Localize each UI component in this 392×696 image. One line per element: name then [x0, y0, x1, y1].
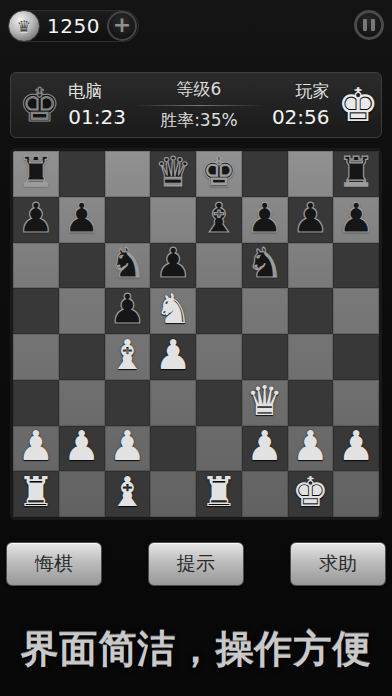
square-e5[interactable]: [196, 288, 242, 334]
square-f3[interactable]: ♛: [242, 380, 288, 426]
player-panel: ♚ 电脑 01:23 等级6 胜率:35% 玩家 02:56 ♚: [10, 72, 382, 138]
square-c2[interactable]: ♟: [105, 426, 151, 472]
piece-white-bishop: ♝: [109, 335, 146, 376]
piece-white-pawn: ♟: [155, 335, 192, 376]
undo-button[interactable]: 悔棋: [6, 542, 102, 586]
piece-black-pawn: ♟: [109, 289, 146, 330]
square-a1[interactable]: ♜: [13, 471, 59, 517]
piece-black-pawn: ♟: [246, 198, 283, 239]
square-d2[interactable]: [150, 426, 196, 472]
square-e2[interactable]: [196, 426, 242, 472]
square-a4[interactable]: [13, 334, 59, 380]
square-b3[interactable]: [59, 380, 105, 426]
black-player-info: 电脑 01:23: [60, 80, 134, 130]
square-c4[interactable]: ♝: [105, 334, 151, 380]
square-g7[interactable]: ♟: [288, 197, 334, 243]
square-e6[interactable]: [196, 243, 242, 289]
square-e3[interactable]: [196, 380, 242, 426]
square-d4[interactable]: ♟: [150, 334, 196, 380]
square-c5[interactable]: ♟: [105, 288, 151, 334]
piece-white-rook: ♜: [200, 472, 237, 513]
square-b4[interactable]: [59, 334, 105, 380]
square-e7[interactable]: ♝: [196, 197, 242, 243]
piece-white-pawn: ♟: [63, 426, 100, 467]
piece-white-pawn: ♟: [17, 426, 54, 467]
piece-white-queen: ♛: [246, 381, 283, 422]
square-b1[interactable]: [59, 471, 105, 517]
square-d5[interactable]: ♞: [150, 288, 196, 334]
black-king-icon: ♚: [19, 82, 60, 128]
app-screen: ♛ 1250 + ♚ 电脑 01:23 等级6 胜率:35% 玩家 02:56 …: [0, 0, 392, 696]
square-g8[interactable]: [288, 151, 334, 197]
square-g6[interactable]: [288, 243, 334, 289]
win-rate-label: 胜率:35%: [160, 108, 238, 134]
piece-white-king: ♚: [292, 472, 329, 513]
square-h2[interactable]: ♟: [333, 426, 379, 472]
crown-badge-icon: ♛: [8, 10, 40, 42]
square-c6[interactable]: ♞: [105, 243, 151, 289]
square-f7[interactable]: ♟: [242, 197, 288, 243]
square-h7[interactable]: ♟: [333, 197, 379, 243]
square-e4[interactable]: [196, 334, 242, 380]
piece-white-knight: ♞: [155, 289, 192, 330]
marketing-caption: 界面简洁，操作方便: [0, 624, 392, 675]
square-b6[interactable]: [59, 243, 105, 289]
square-f2[interactable]: ♟: [242, 426, 288, 472]
square-a7[interactable]: ♟: [13, 197, 59, 243]
piece-black-bishop: ♝: [200, 198, 237, 239]
square-f1[interactable]: [242, 471, 288, 517]
square-h1[interactable]: [333, 471, 379, 517]
square-d3[interactable]: [150, 380, 196, 426]
square-g5[interactable]: [288, 288, 334, 334]
plus-icon: +: [113, 14, 131, 36]
square-f6[interactable]: ♞: [242, 243, 288, 289]
square-f5[interactable]: [242, 288, 288, 334]
add-rating-button[interactable]: +: [107, 11, 137, 41]
piece-black-pawn: ♟: [338, 198, 375, 239]
square-e1[interactable]: ♜: [196, 471, 242, 517]
square-g2[interactable]: ♟: [288, 426, 334, 472]
square-h6[interactable]: [333, 243, 379, 289]
piece-black-pawn: ♟: [292, 198, 329, 239]
piece-black-queen: ♛: [155, 152, 192, 193]
piece-white-pawn: ♟: [246, 426, 283, 467]
square-a8[interactable]: ♜: [13, 151, 59, 197]
rating-value: 1250: [40, 14, 107, 38]
square-f4[interactable]: [242, 334, 288, 380]
square-d7[interactable]: [150, 197, 196, 243]
piece-black-knight: ♞: [109, 243, 146, 284]
square-h8[interactable]: ♜: [333, 151, 379, 197]
hint-button[interactable]: 提示: [148, 542, 244, 586]
piece-black-pawn: ♟: [17, 198, 54, 239]
square-d6[interactable]: ♟: [150, 243, 196, 289]
black-player-name: 电脑: [68, 80, 126, 104]
piece-black-rook: ♜: [17, 152, 54, 193]
crown-glyph: ♛: [17, 17, 31, 36]
square-c1[interactable]: ♝: [105, 471, 151, 517]
piece-black-knight: ♞: [246, 243, 283, 284]
pause-icon: [371, 19, 375, 31]
square-b8[interactable]: [59, 151, 105, 197]
square-b7[interactable]: ♟: [59, 197, 105, 243]
piece-black-pawn: ♟: [155, 243, 192, 284]
piece-black-pawn: ♟: [63, 198, 100, 239]
square-e8[interactable]: ♚: [196, 151, 242, 197]
square-a3[interactable]: [13, 380, 59, 426]
square-d8[interactable]: ♛: [150, 151, 196, 197]
square-c8[interactable]: [105, 151, 151, 197]
action-bar: 悔棋 提示 求助: [0, 542, 392, 586]
square-a5[interactable]: [13, 288, 59, 334]
square-h3[interactable]: [333, 380, 379, 426]
level-label: 等级6: [176, 77, 221, 103]
piece-black-king: ♚: [200, 152, 237, 193]
game-level-info: 等级6 胜率:35%: [134, 77, 264, 133]
piece-white-pawn: ♟: [109, 426, 146, 467]
square-b5[interactable]: [59, 288, 105, 334]
white-player-name: 玩家: [272, 80, 330, 104]
square-g1[interactable]: ♚: [288, 471, 334, 517]
square-a6[interactable]: [13, 243, 59, 289]
piece-white-bishop: ♝: [109, 472, 146, 513]
black-player-clock: 01:23: [68, 104, 126, 130]
square-b2[interactable]: ♟: [59, 426, 105, 472]
piece-white-rook: ♜: [17, 472, 54, 513]
square-a2[interactable]: ♟: [13, 426, 59, 472]
white-king-icon: ♚: [338, 82, 379, 128]
piece-black-rook: ♜: [338, 152, 375, 193]
piece-white-pawn: ♟: [338, 426, 375, 467]
square-h5[interactable]: [333, 288, 379, 334]
square-f8[interactable]: [242, 151, 288, 197]
square-g3[interactable]: [288, 380, 334, 426]
square-g4[interactable]: [288, 334, 334, 380]
white-player-clock: 02:56: [272, 104, 330, 130]
square-c7[interactable]: [105, 197, 151, 243]
white-player-info: 玩家 02:56: [264, 80, 338, 130]
pause-button[interactable]: [354, 10, 384, 40]
pause-icon: [363, 19, 367, 31]
help-button[interactable]: 求助: [290, 542, 386, 586]
chess-board: ♜♛♚♜♟♟♝♟♟♟♞♟♞♟♞♝♟♛♟♟♟♟♟♟♜♝♜♚: [10, 148, 382, 520]
piece-white-pawn: ♟: [292, 426, 329, 467]
square-d1[interactable]: [150, 471, 196, 517]
rating-pill: ♛ 1250 +: [8, 10, 139, 42]
divider: [134, 105, 264, 106]
square-h4[interactable]: [333, 334, 379, 380]
square-c3[interactable]: [105, 380, 151, 426]
